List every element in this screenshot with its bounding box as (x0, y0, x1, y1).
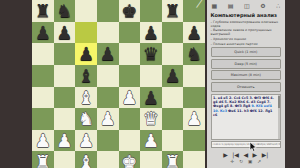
square-g1[interactable]: ♜ (162, 151, 184, 168)
move-list[interactable]: 1. e4 e5 2. Сc4 Сc5 3. Фf3 Фf6 4. g4 d6 … (211, 94, 282, 140)
square-b1[interactable] (54, 151, 76, 168)
square-h5[interactable] (183, 65, 205, 87)
square-g7[interactable] (162, 22, 184, 44)
square-e7[interactable] (119, 22, 141, 44)
square-b7[interactable]: ♟ (54, 22, 76, 44)
square-c8[interactable] (75, 0, 97, 22)
square-e8[interactable]: ♚ (119, 0, 141, 22)
share-icon[interactable]: ∴ (276, 2, 280, 9)
add-icon[interactable]: ✛ (230, 159, 234, 164)
square-b8[interactable]: ♞ (54, 0, 76, 22)
feature-bullet: Глубокое комментирование ключевых ходов (211, 20, 284, 28)
piece-white-knight-c3[interactable]: ♞ (75, 108, 97, 130)
quick-analysis-button[interactable]: Quick (1 min) (211, 47, 282, 57)
square-g8[interactable]: ♜ (162, 0, 184, 22)
board-setup-icon[interactable]: ▣ (248, 159, 252, 164)
square-e4[interactable]: ♟ (119, 87, 141, 109)
square-h1[interactable] (183, 151, 205, 168)
square-e5[interactable] (119, 65, 141, 87)
flip-board-icon[interactable]: ↻ (239, 159, 243, 164)
piece-black-pawn-h7[interactable]: ♟ (183, 22, 205, 44)
square-d8[interactable] (97, 0, 119, 22)
square-a7[interactable]: ♟ (32, 22, 54, 44)
mouse-cursor (249, 142, 258, 153)
pencil-cursor-icon: ╱ (196, 0, 202, 8)
feature-bullet: Выявление зевков и пропущенных выигрышей (211, 28, 284, 36)
square-d1[interactable] (97, 151, 119, 168)
square-c5[interactable]: ♝ (75, 65, 97, 87)
play-icon[interactable]: ▶ (223, 151, 228, 158)
panel-title: Компьютерный анализ (211, 12, 283, 18)
piece-white-rook-a1[interactable]: ♜ (32, 151, 54, 168)
settings-gear-icon[interactable]: ⚙ (260, 2, 265, 9)
piece-black-pawn-f4[interactable]: ♟ (140, 87, 162, 109)
moves-scrollbar-thumb[interactable] (278, 96, 280, 108)
piece-black-knight-b8[interactable]: ♞ (54, 0, 76, 22)
piece-white-pawn-d3[interactable]: ♟ (97, 108, 119, 130)
square-d7[interactable] (97, 22, 119, 44)
piece-black-king-e8[interactable]: ♚ (119, 0, 141, 22)
piece-black-pawn-a7[interactable]: ♟ (32, 22, 54, 44)
piece-white-pawn-h3[interactable]: ♟ (183, 108, 205, 130)
square-d3[interactable]: ♟ (97, 108, 119, 130)
piece-white-king-e1[interactable]: ♚ (119, 151, 141, 168)
square-f2[interactable]: ♟ (140, 130, 162, 152)
piece-white-bishop-c4[interactable]: ♝ (75, 87, 97, 109)
maximum-analysis-button[interactable]: Maximum (8 min) (211, 70, 282, 80)
previous-move-icon[interactable]: ◀ (243, 151, 248, 158)
piece-white-pawn-a2[interactable]: ♟ (32, 130, 54, 152)
square-b2[interactable]: ♟ (54, 130, 76, 152)
square-a3[interactable] (32, 108, 54, 130)
square-d5[interactable] (97, 65, 119, 87)
square-b5[interactable] (54, 65, 76, 87)
deep-analysis-button[interactable]: Deep (5 min) (211, 59, 282, 69)
square-a6[interactable] (32, 43, 54, 65)
feature-bullet: Полная аннотация партии (211, 42, 284, 46)
piece-white-bishop-c1[interactable]: ♝ (75, 151, 97, 168)
fen-input[interactable]: rn2k1r1/pp3p1p/2pp1q1n/2b3p1/2B1Pp2/2NP1… (211, 141, 282, 148)
piece-black-pawn-f7[interactable]: ♟ (140, 22, 162, 44)
square-a2[interactable]: ♟ (32, 130, 54, 152)
square-e3[interactable] (119, 108, 141, 130)
square-d2[interactable] (97, 130, 119, 152)
board-icon[interactable]: ▦ (212, 2, 218, 9)
square-g6[interactable] (162, 43, 184, 65)
square-g4[interactable] (162, 87, 184, 109)
piece-black-queen-f6[interactable]: ♛ (140, 43, 162, 65)
panel-toolbar: ▦ ▤ ◫ ⚙ ∴ (207, 0, 286, 10)
moves-scrollbar[interactable] (278, 95, 280, 139)
panel-footer: ✛ ↻ ▣ ↗ (207, 159, 286, 164)
square-d6[interactable]: ♟ (97, 43, 119, 65)
first-move-icon[interactable]: |◀ (232, 151, 239, 158)
square-h4[interactable] (183, 87, 205, 109)
square-f6[interactable]: ♛ (140, 43, 162, 65)
square-f5[interactable] (140, 65, 162, 87)
piece-white-pawn-f2[interactable]: ♟ (140, 130, 162, 152)
screenshot-root: { "game": "chess", "position": { "fen": … (0, 0, 300, 168)
square-e2[interactable] (119, 130, 141, 152)
square-a5[interactable] (32, 65, 54, 87)
square-h6[interactable]: ♞ (183, 43, 205, 65)
square-c3[interactable]: ♞ (75, 108, 97, 130)
feature-bullet: Хронология оценки (211, 37, 284, 41)
square-h7[interactable]: ♟ (183, 22, 205, 44)
chess-board[interactable]: ♜♞♚♜♟♟♟♟♟♟♛♞♝♟♝♟♟♞♟♛♟♟♟♟♟♜♝♚♜ (32, 0, 205, 168)
square-c2[interactable]: ♟ (75, 130, 97, 152)
square-c7[interactable] (75, 22, 97, 44)
piece-black-pawn-g5[interactable]: ♟ (162, 65, 184, 87)
square-b6[interactable] (54, 43, 76, 65)
square-b4[interactable] (54, 87, 76, 109)
piece-black-knight-h6[interactable]: ♞ (183, 43, 205, 65)
analysis-icon[interactable]: ◫ (244, 2, 250, 9)
square-f4[interactable]: ♟ (140, 87, 162, 109)
square-a1[interactable]: ♜ (32, 151, 54, 168)
square-f8[interactable] (140, 0, 162, 22)
piece-white-pawn-b2[interactable]: ♟ (54, 130, 76, 152)
square-c4[interactable]: ♝ (75, 87, 97, 109)
piece-black-rook-a8[interactable]: ♜ (32, 0, 54, 22)
piece-white-pawn-c2[interactable]: ♟ (75, 130, 97, 152)
piece-black-bishop-c5[interactable]: ♝ (75, 65, 97, 87)
square-g5[interactable]: ♟ (162, 65, 184, 87)
square-e1[interactable]: ♚ (119, 151, 141, 168)
piece-white-pawn-e4[interactable]: ♟ (119, 87, 141, 109)
square-f3[interactable]: ♛ (140, 108, 162, 130)
list-icon[interactable]: ▤ (228, 2, 234, 9)
square-a4[interactable] (32, 87, 54, 109)
piece-black-pawn-c6[interactable]: ♟ (75, 43, 97, 65)
square-h3[interactable]: ♟ (183, 108, 205, 130)
square-f1[interactable] (140, 151, 162, 168)
square-c1[interactable]: ♝ (75, 151, 97, 168)
piece-white-queen-f3[interactable]: ♛ (140, 108, 162, 130)
square-a8[interactable]: ♜ (32, 0, 54, 22)
square-h2[interactable] (183, 130, 205, 152)
square-c6[interactable]: ♟ (75, 43, 97, 65)
square-g3[interactable] (162, 108, 184, 130)
square-d4[interactable] (97, 87, 119, 109)
piece-black-rook-g8[interactable]: ♜ (162, 0, 184, 22)
export-icon[interactable]: ↗ (257, 159, 261, 164)
last-move-icon[interactable]: ▶| (262, 151, 269, 158)
square-f7[interactable]: ♟ (140, 22, 162, 44)
square-e6[interactable] (119, 43, 141, 65)
square-g2[interactable] (162, 130, 184, 152)
piece-white-rook-g1[interactable]: ♜ (162, 151, 184, 168)
square-b3[interactable] (54, 108, 76, 130)
cancel-button[interactable]: Отменить (211, 82, 282, 92)
move-navigation: ▶ |◀ ◀ ▶ ▶| (207, 151, 286, 158)
piece-black-pawn-b7[interactable]: ♟ (54, 22, 76, 44)
piece-black-pawn-d6[interactable]: ♟ (97, 43, 119, 65)
analysis-panel: ▦ ▤ ◫ ⚙ ∴ Компьютерный анализ Глубокое к… (207, 0, 286, 168)
